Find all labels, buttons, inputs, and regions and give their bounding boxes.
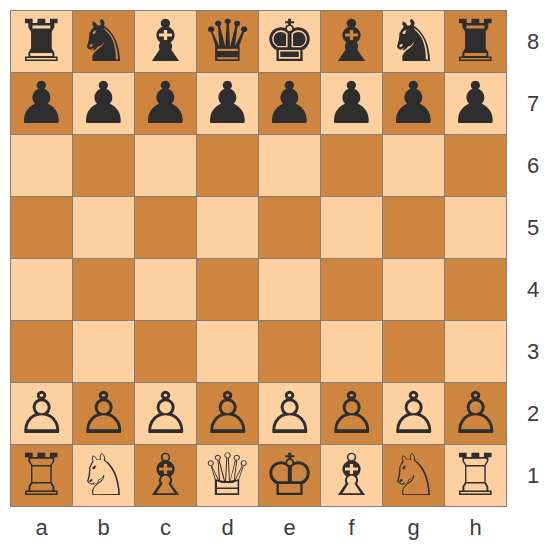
- square-g7[interactable]: ♟: [383, 73, 444, 134]
- square-f3[interactable]: [321, 321, 382, 382]
- square-b7[interactable]: ♟: [73, 73, 134, 134]
- square-h2[interactable]: ♙: [445, 383, 506, 444]
- square-b6[interactable]: [73, 135, 134, 196]
- square-e7[interactable]: ♟: [259, 73, 320, 134]
- square-a4[interactable]: [11, 259, 72, 320]
- square-b2[interactable]: ♙: [73, 383, 134, 444]
- square-b8[interactable]: ♞: [73, 11, 134, 72]
- square-h5[interactable]: [445, 197, 506, 258]
- square-c2[interactable]: ♙: [135, 383, 196, 444]
- piece-white-king: ♔: [264, 445, 316, 506]
- square-e8[interactable]: ♚: [259, 11, 320, 72]
- file-label-f: f: [321, 507, 382, 549]
- file-label-d: d: [197, 507, 258, 549]
- square-c8[interactable]: ♝: [135, 11, 196, 72]
- square-d2[interactable]: ♙: [197, 383, 258, 444]
- square-e6[interactable]: [259, 135, 320, 196]
- square-d8[interactable]: ♛: [197, 11, 258, 72]
- chess-board: ♜♞♝♛♚♝♞♜♟♟♟♟♟♟♟♟♙♙♙♙♙♙♙♙♖♘♗♕♔♗♘♖: [10, 10, 507, 507]
- rank-label-8: 8: [508, 11, 558, 72]
- square-b3[interactable]: [73, 321, 134, 382]
- square-d6[interactable]: [197, 135, 258, 196]
- piece-white-pawn: ♙: [140, 383, 192, 444]
- file-label-a: a: [11, 507, 72, 549]
- piece-black-knight: ♞: [78, 11, 130, 72]
- square-g2[interactable]: ♙: [383, 383, 444, 444]
- file-label-b: b: [73, 507, 134, 549]
- piece-black-pawn: ♟: [78, 73, 130, 134]
- square-d5[interactable]: [197, 197, 258, 258]
- rank-label-1: 1: [508, 445, 558, 506]
- piece-white-rook: ♖: [16, 445, 68, 506]
- piece-white-queen: ♕: [202, 445, 254, 506]
- square-e3[interactable]: [259, 321, 320, 382]
- square-h6[interactable]: [445, 135, 506, 196]
- square-g4[interactable]: [383, 259, 444, 320]
- piece-black-rook: ♜: [450, 11, 502, 72]
- square-f8[interactable]: ♝: [321, 11, 382, 72]
- rank-label-2: 2: [508, 383, 558, 444]
- square-b5[interactable]: [73, 197, 134, 258]
- piece-black-rook: ♜: [16, 11, 68, 72]
- piece-white-bishop: ♗: [326, 445, 378, 506]
- square-a1[interactable]: ♖: [11, 445, 72, 506]
- square-g3[interactable]: [383, 321, 444, 382]
- square-a7[interactable]: ♟: [11, 73, 72, 134]
- square-h3[interactable]: [445, 321, 506, 382]
- piece-black-king: ♚: [264, 11, 316, 72]
- square-f7[interactable]: ♟: [321, 73, 382, 134]
- square-b1[interactable]: ♘: [73, 445, 134, 506]
- square-a8[interactable]: ♜: [11, 11, 72, 72]
- square-f2[interactable]: ♙: [321, 383, 382, 444]
- square-f6[interactable]: [321, 135, 382, 196]
- square-c5[interactable]: [135, 197, 196, 258]
- square-e5[interactable]: [259, 197, 320, 258]
- square-d1[interactable]: ♕: [197, 445, 258, 506]
- piece-black-pawn: ♟: [202, 73, 254, 134]
- square-c1[interactable]: ♗: [135, 445, 196, 506]
- square-g8[interactable]: ♞: [383, 11, 444, 72]
- square-c3[interactable]: [135, 321, 196, 382]
- piece-white-knight: ♘: [78, 445, 130, 506]
- rank-label-4: 4: [508, 259, 558, 320]
- square-a6[interactable]: [11, 135, 72, 196]
- piece-white-pawn: ♙: [450, 383, 502, 444]
- square-d7[interactable]: ♟: [197, 73, 258, 134]
- rank-label-3: 3: [508, 321, 558, 382]
- piece-white-pawn: ♙: [202, 383, 254, 444]
- file-label-h: h: [445, 507, 506, 549]
- square-h4[interactable]: [445, 259, 506, 320]
- square-b4[interactable]: [73, 259, 134, 320]
- square-a5[interactable]: [11, 197, 72, 258]
- square-e4[interactable]: [259, 259, 320, 320]
- square-g6[interactable]: [383, 135, 444, 196]
- square-f5[interactable]: [321, 197, 382, 258]
- piece-white-pawn: ♙: [388, 383, 440, 444]
- piece-white-knight: ♘: [388, 445, 440, 506]
- file-labels: a b c d e f g h: [11, 507, 506, 549]
- square-h8[interactable]: ♜: [445, 11, 506, 72]
- piece-black-pawn: ♟: [450, 73, 502, 134]
- square-h1[interactable]: ♖: [445, 445, 506, 506]
- square-f4[interactable]: [321, 259, 382, 320]
- square-d3[interactable]: [197, 321, 258, 382]
- rank-label-7: 7: [508, 73, 558, 134]
- square-e2[interactable]: ♙: [259, 383, 320, 444]
- piece-black-queen: ♛: [202, 11, 254, 72]
- square-c7[interactable]: ♟: [135, 73, 196, 134]
- piece-black-pawn: ♟: [140, 73, 192, 134]
- piece-black-bishop: ♝: [326, 11, 378, 72]
- piece-white-pawn: ♙: [16, 383, 68, 444]
- square-a3[interactable]: [11, 321, 72, 382]
- piece-black-pawn: ♟: [388, 73, 440, 134]
- piece-black-knight: ♞: [388, 11, 440, 72]
- square-g5[interactable]: [383, 197, 444, 258]
- piece-white-rook: ♖: [450, 445, 502, 506]
- piece-black-pawn: ♟: [264, 73, 316, 134]
- piece-black-bishop: ♝: [140, 11, 192, 72]
- piece-white-pawn: ♙: [264, 383, 316, 444]
- square-h7[interactable]: ♟: [445, 73, 506, 134]
- square-c6[interactable]: [135, 135, 196, 196]
- piece-white-pawn: ♙: [326, 383, 378, 444]
- rank-labels: 8 7 6 5 4 3 2 1: [508, 11, 558, 506]
- file-label-e: e: [259, 507, 320, 549]
- piece-black-pawn: ♟: [16, 73, 68, 134]
- square-d4[interactable]: [197, 259, 258, 320]
- rank-label-5: 5: [508, 197, 558, 258]
- file-label-g: g: [383, 507, 444, 549]
- piece-black-pawn: ♟: [326, 73, 378, 134]
- rank-label-6: 6: [508, 135, 558, 196]
- piece-white-bishop: ♗: [140, 445, 192, 506]
- square-c4[interactable]: [135, 259, 196, 320]
- square-f1[interactable]: ♗: [321, 445, 382, 506]
- file-label-c: c: [135, 507, 196, 549]
- square-a2[interactable]: ♙: [11, 383, 72, 444]
- piece-white-pawn: ♙: [78, 383, 130, 444]
- square-g1[interactable]: ♘: [383, 445, 444, 506]
- square-e1[interactable]: ♔: [259, 445, 320, 506]
